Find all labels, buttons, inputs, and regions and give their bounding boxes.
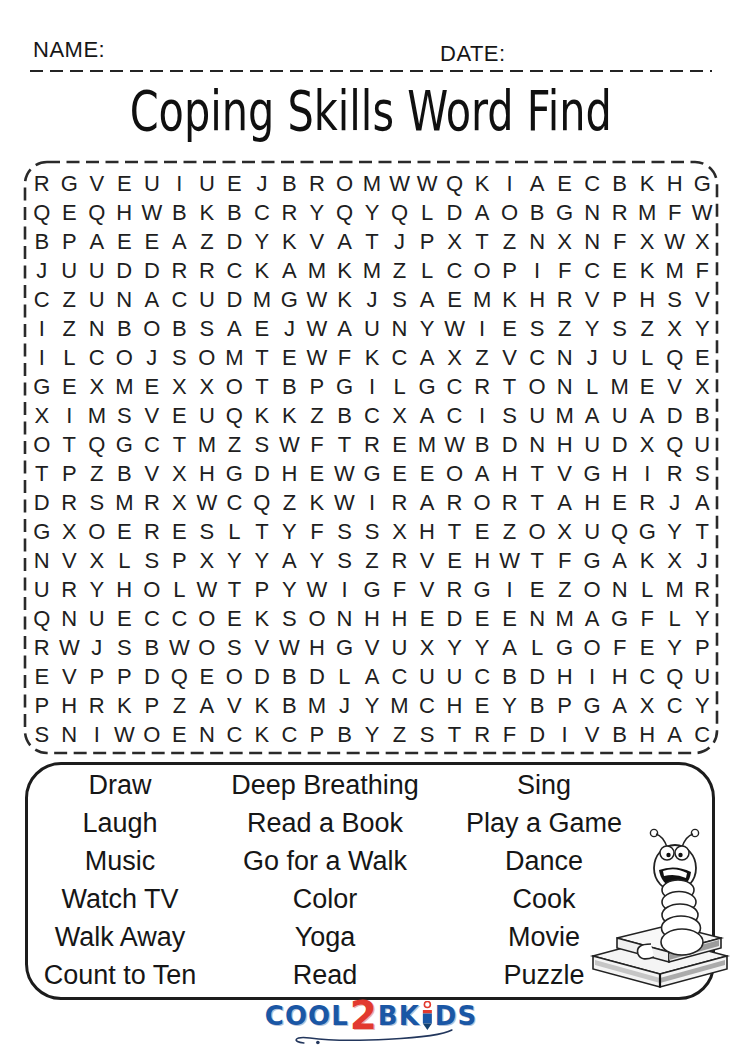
grid-cell[interactable]: M: [358, 169, 386, 198]
grid-cell[interactable]: E: [413, 459, 441, 488]
grid-cell[interactable]: Q: [441, 169, 469, 198]
grid-cell[interactable]: Q: [661, 430, 689, 459]
grid-cell[interactable]: K: [276, 401, 304, 430]
grid-cell[interactable]: G: [358, 459, 386, 488]
grid-cell[interactable]: P: [28, 691, 56, 720]
grid-cell[interactable]: C: [166, 604, 194, 633]
grid-cell[interactable]: X: [413, 633, 441, 662]
grid-cell[interactable]: Z: [386, 720, 414, 749]
grid-cell[interactable]: S: [28, 720, 56, 749]
grid-cell[interactable]: Q: [331, 198, 359, 227]
grid-cell[interactable]: G: [551, 198, 579, 227]
grid-cell[interactable]: A: [358, 662, 386, 691]
grid-cell[interactable]: F: [331, 343, 359, 372]
grid-cell[interactable]: R: [468, 720, 496, 749]
grid-cell[interactable]: H: [303, 633, 331, 662]
grid-cell[interactable]: Y: [468, 633, 496, 662]
grid-cell[interactable]: T: [688, 517, 716, 546]
grid-cell[interactable]: U: [193, 285, 221, 314]
grid-cell[interactable]: T: [221, 575, 249, 604]
grid-cell[interactable]: N: [331, 604, 359, 633]
grid-cell[interactable]: A: [413, 401, 441, 430]
grid-cell[interactable]: J: [28, 256, 56, 285]
grid-cell[interactable]: M: [386, 691, 414, 720]
grid-cell[interactable]: B: [688, 401, 716, 430]
grid-cell[interactable]: F: [688, 256, 716, 285]
grid-cell[interactable]: Z: [56, 285, 84, 314]
grid-cell[interactable]: X: [386, 401, 414, 430]
grid-cell[interactable]: A: [331, 314, 359, 343]
grid-cell[interactable]: X: [661, 546, 689, 575]
grid-cell[interactable]: B: [276, 662, 304, 691]
grid-cell[interactable]: N: [523, 430, 551, 459]
grid-cell[interactable]: E: [413, 604, 441, 633]
grid-cell[interactable]: B: [606, 169, 634, 198]
grid-cell[interactable]: Y: [358, 720, 386, 749]
grid-cell[interactable]: J: [276, 314, 304, 343]
grid-cell[interactable]: D: [441, 604, 469, 633]
grid-cell[interactable]: H: [441, 691, 469, 720]
grid-cell[interactable]: D: [111, 256, 139, 285]
grid-cell[interactable]: Y: [276, 517, 304, 546]
grid-cell[interactable]: T: [166, 430, 194, 459]
grid-cell[interactable]: U: [83, 604, 111, 633]
grid-cell[interactable]: Y: [276, 575, 304, 604]
grid-cell[interactable]: H: [496, 459, 524, 488]
grid-cell[interactable]: T: [248, 343, 276, 372]
grid-cell[interactable]: K: [331, 256, 359, 285]
grid-cell[interactable]: Q: [28, 198, 56, 227]
grid-cell[interactable]: Z: [633, 314, 661, 343]
grid-cell[interactable]: U: [138, 169, 166, 198]
grid-cell[interactable]: L: [578, 372, 606, 401]
grid-cell[interactable]: G: [606, 604, 634, 633]
grid-cell[interactable]: Y: [83, 575, 111, 604]
grid-cell[interactable]: C: [248, 198, 276, 227]
grid-cell[interactable]: A: [413, 343, 441, 372]
grid-cell[interactable]: P: [56, 459, 84, 488]
grid-cell[interactable]: U: [578, 517, 606, 546]
grid-cell[interactable]: W: [413, 169, 441, 198]
grid-cell[interactable]: V: [56, 662, 84, 691]
grid-cell[interactable]: O: [523, 517, 551, 546]
grid-cell[interactable]: Z: [468, 343, 496, 372]
grid-cell[interactable]: W: [303, 343, 331, 372]
grid-cell[interactable]: E: [386, 430, 414, 459]
grid-cell[interactable]: X: [633, 227, 661, 256]
grid-cell[interactable]: R: [468, 372, 496, 401]
grid-cell[interactable]: Q: [386, 198, 414, 227]
grid-cell[interactable]: C: [28, 285, 56, 314]
grid-cell[interactable]: N: [56, 604, 84, 633]
grid-cell[interactable]: V: [358, 633, 386, 662]
grid-cell[interactable]: K: [303, 488, 331, 517]
grid-cell[interactable]: E: [166, 401, 194, 430]
grid-cell[interactable]: K: [276, 227, 304, 256]
grid-cell[interactable]: D: [221, 285, 249, 314]
grid-cell[interactable]: W: [111, 720, 139, 749]
grid-cell[interactable]: K: [633, 169, 661, 198]
grid-cell[interactable]: E: [633, 633, 661, 662]
grid-cell[interactable]: O: [138, 575, 166, 604]
grid-cell[interactable]: H: [358, 604, 386, 633]
grid-cell[interactable]: E: [221, 169, 249, 198]
grid-cell[interactable]: W: [441, 430, 469, 459]
grid-cell[interactable]: R: [83, 691, 111, 720]
grid-cell[interactable]: L: [413, 198, 441, 227]
grid-cell[interactable]: Y: [688, 691, 716, 720]
grid-cell[interactable]: C: [441, 256, 469, 285]
grid-cell[interactable]: P: [413, 227, 441, 256]
grid-cell[interactable]: O: [578, 633, 606, 662]
grid-cell[interactable]: P: [551, 691, 579, 720]
grid-cell[interactable]: K: [193, 198, 221, 227]
grid-cell[interactable]: X: [688, 227, 716, 256]
grid-cell[interactable]: Q: [661, 662, 689, 691]
grid-cell[interactable]: B: [221, 198, 249, 227]
grid-cell[interactable]: E: [468, 691, 496, 720]
grid-cell[interactable]: D: [138, 256, 166, 285]
grid-cell[interactable]: Z: [221, 430, 249, 459]
grid-cell[interactable]: N: [56, 720, 84, 749]
grid-cell[interactable]: E: [441, 546, 469, 575]
grid-cell[interactable]: T: [441, 720, 469, 749]
grid-cell[interactable]: G: [551, 633, 579, 662]
grid-cell[interactable]: D: [221, 227, 249, 256]
grid-cell[interactable]: T: [496, 372, 524, 401]
grid-cell[interactable]: R: [551, 285, 579, 314]
grid-cell[interactable]: M: [661, 256, 689, 285]
grid-cell[interactable]: I: [56, 401, 84, 430]
grid-cell[interactable]: W: [331, 459, 359, 488]
grid-cell[interactable]: O: [331, 169, 359, 198]
grid-cell[interactable]: S: [386, 285, 414, 314]
grid-cell[interactable]: Z: [551, 575, 579, 604]
grid-cell[interactable]: R: [688, 575, 716, 604]
grid-cell[interactable]: R: [386, 546, 414, 575]
grid-cell[interactable]: I: [551, 720, 579, 749]
grid-cell[interactable]: E: [551, 169, 579, 198]
grid-cell[interactable]: O: [193, 343, 221, 372]
grid-cell[interactable]: C: [441, 401, 469, 430]
grid-cell[interactable]: V: [221, 691, 249, 720]
grid-cell[interactable]: V: [496, 343, 524, 372]
grid-cell[interactable]: I: [331, 575, 359, 604]
grid-cell[interactable]: O: [221, 662, 249, 691]
grid-cell[interactable]: U: [606, 401, 634, 430]
grid-cell[interactable]: D: [606, 430, 634, 459]
grid-cell[interactable]: X: [193, 372, 221, 401]
grid-cell[interactable]: L: [111, 546, 139, 575]
grid-cell[interactable]: Q: [83, 198, 111, 227]
grid-cell[interactable]: X: [661, 314, 689, 343]
grid-cell[interactable]: J: [688, 546, 716, 575]
grid-cell[interactable]: H: [551, 430, 579, 459]
grid-cell[interactable]: G: [578, 691, 606, 720]
grid-cell[interactable]: H: [523, 285, 551, 314]
grid-cell[interactable]: M: [248, 285, 276, 314]
grid-cell[interactable]: W: [276, 430, 304, 459]
grid-cell[interactable]: A: [661, 720, 689, 749]
grid-cell[interactable]: V: [551, 459, 579, 488]
grid-cell[interactable]: K: [111, 691, 139, 720]
grid-cell[interactable]: B: [276, 169, 304, 198]
grid-cell[interactable]: I: [496, 575, 524, 604]
grid-cell[interactable]: Y: [688, 314, 716, 343]
grid-cell[interactable]: X: [441, 227, 469, 256]
grid-cell[interactable]: S: [221, 633, 249, 662]
grid-cell[interactable]: Q: [28, 604, 56, 633]
grid-cell[interactable]: H: [413, 517, 441, 546]
grid-cell[interactable]: E: [441, 285, 469, 314]
grid-cell[interactable]: M: [358, 256, 386, 285]
grid-cell[interactable]: H: [633, 285, 661, 314]
grid-cell[interactable]: V: [661, 372, 689, 401]
grid-cell[interactable]: B: [28, 227, 56, 256]
grid-cell[interactable]: U: [386, 633, 414, 662]
grid-cell[interactable]: C: [221, 720, 249, 749]
grid-cell[interactable]: O: [111, 343, 139, 372]
grid-cell[interactable]: S: [523, 314, 551, 343]
grid-cell[interactable]: S: [358, 517, 386, 546]
grid-cell[interactable]: O: [496, 198, 524, 227]
grid-cell[interactable]: U: [193, 401, 221, 430]
grid-cell[interactable]: R: [28, 169, 56, 198]
grid-cell[interactable]: C: [138, 430, 166, 459]
grid-cell[interactable]: U: [28, 575, 56, 604]
grid-cell[interactable]: C: [523, 343, 551, 372]
grid-cell[interactable]: J: [661, 488, 689, 517]
grid-cell[interactable]: E: [523, 575, 551, 604]
grid-cell[interactable]: Y: [248, 546, 276, 575]
grid-cell[interactable]: G: [221, 459, 249, 488]
grid-cell[interactable]: K: [633, 546, 661, 575]
grid-cell[interactable]: M: [221, 343, 249, 372]
grid-cell[interactable]: T: [248, 372, 276, 401]
grid-cell[interactable]: W: [193, 488, 221, 517]
grid-cell[interactable]: X: [688, 372, 716, 401]
grid-cell[interactable]: B: [276, 372, 304, 401]
grid-cell[interactable]: B: [111, 314, 139, 343]
grid-cell[interactable]: C: [661, 691, 689, 720]
grid-cell[interactable]: N: [551, 372, 579, 401]
grid-cell[interactable]: A: [193, 691, 221, 720]
grid-cell[interactable]: W: [496, 546, 524, 575]
grid-cell[interactable]: Q: [166, 662, 194, 691]
grid-cell[interactable]: X: [166, 459, 194, 488]
grid-cell[interactable]: X: [83, 372, 111, 401]
grid-cell[interactable]: M: [468, 285, 496, 314]
grid-cell[interactable]: T: [56, 430, 84, 459]
grid-cell[interactable]: Z: [358, 546, 386, 575]
grid-cell[interactable]: H: [633, 720, 661, 749]
grid-cell[interactable]: N: [111, 285, 139, 314]
grid-cell[interactable]: O: [193, 633, 221, 662]
grid-cell[interactable]: F: [661, 198, 689, 227]
grid-cell[interactable]: W: [331, 488, 359, 517]
grid-cell[interactable]: I: [468, 401, 496, 430]
grid-cell[interactable]: B: [606, 720, 634, 749]
grid-cell[interactable]: E: [606, 256, 634, 285]
grid-cell[interactable]: U: [688, 430, 716, 459]
grid-cell[interactable]: A: [83, 227, 111, 256]
grid-cell[interactable]: Y: [358, 198, 386, 227]
grid-cell[interactable]: B: [523, 198, 551, 227]
grid-cell[interactable]: I: [633, 459, 661, 488]
grid-cell[interactable]: R: [386, 488, 414, 517]
grid-cell[interactable]: T: [468, 227, 496, 256]
grid-cell[interactable]: L: [633, 575, 661, 604]
grid-cell[interactable]: I: [166, 169, 194, 198]
grid-cell[interactable]: Z: [496, 227, 524, 256]
grid-cell[interactable]: D: [523, 720, 551, 749]
grid-cell[interactable]: C: [386, 662, 414, 691]
grid-cell[interactable]: U: [578, 430, 606, 459]
grid-cell[interactable]: T: [248, 517, 276, 546]
grid-cell[interactable]: N: [578, 227, 606, 256]
grid-cell[interactable]: C: [358, 401, 386, 430]
grid-cell[interactable]: B: [331, 720, 359, 749]
grid-cell[interactable]: G: [111, 430, 139, 459]
grid-cell[interactable]: U: [688, 662, 716, 691]
grid-cell[interactable]: C: [138, 604, 166, 633]
grid-cell[interactable]: W: [303, 285, 331, 314]
grid-cell[interactable]: B: [331, 401, 359, 430]
grid-cell[interactable]: R: [138, 488, 166, 517]
grid-cell[interactable]: W: [303, 314, 331, 343]
grid-cell[interactable]: L: [166, 575, 194, 604]
grid-cell[interactable]: H: [606, 662, 634, 691]
grid-cell[interactable]: X: [166, 488, 194, 517]
grid-cell[interactable]: N: [523, 604, 551, 633]
grid-cell[interactable]: S: [276, 604, 304, 633]
grid-cell[interactable]: M: [193, 430, 221, 459]
grid-cell[interactable]: E: [111, 604, 139, 633]
grid-cell[interactable]: N: [386, 314, 414, 343]
grid-cell[interactable]: U: [193, 169, 221, 198]
grid-cell[interactable]: X: [83, 546, 111, 575]
grid-cell[interactable]: B: [138, 633, 166, 662]
grid-cell[interactable]: Z: [193, 227, 221, 256]
grid-cell[interactable]: F: [303, 517, 331, 546]
grid-cell[interactable]: E: [56, 372, 84, 401]
grid-cell[interactable]: S: [606, 314, 634, 343]
grid-cell[interactable]: H: [578, 488, 606, 517]
grid-cell[interactable]: Y: [496, 691, 524, 720]
grid-cell[interactable]: S: [83, 488, 111, 517]
grid-cell[interactable]: A: [468, 198, 496, 227]
grid-cell[interactable]: I: [468, 314, 496, 343]
grid-cell[interactable]: N: [606, 575, 634, 604]
grid-cell[interactable]: O: [468, 488, 496, 517]
grid-cell[interactable]: E: [468, 604, 496, 633]
grid-cell[interactable]: V: [248, 633, 276, 662]
grid-cell[interactable]: M: [661, 575, 689, 604]
grid-cell[interactable]: V: [578, 720, 606, 749]
grid-cell[interactable]: O: [303, 604, 331, 633]
grid-cell[interactable]: T: [523, 459, 551, 488]
grid-cell[interactable]: X: [28, 401, 56, 430]
grid-cell[interactable]: T: [441, 517, 469, 546]
grid-cell[interactable]: P: [111, 662, 139, 691]
grid-cell[interactable]: E: [303, 459, 331, 488]
grid-cell[interactable]: I: [578, 662, 606, 691]
grid-cell[interactable]: Y: [661, 517, 689, 546]
grid-cell[interactable]: C: [83, 343, 111, 372]
grid-cell[interactable]: F: [303, 430, 331, 459]
grid-cell[interactable]: Y: [441, 633, 469, 662]
grid-cell[interactable]: D: [441, 198, 469, 227]
grid-cell[interactable]: U: [83, 285, 111, 314]
grid-cell[interactable]: I: [358, 488, 386, 517]
grid-cell[interactable]: Z: [496, 517, 524, 546]
grid-cell[interactable]: A: [166, 227, 194, 256]
grid-cell[interactable]: A: [413, 285, 441, 314]
grid-cell[interactable]: T: [523, 488, 551, 517]
grid-cell[interactable]: I: [358, 372, 386, 401]
grid-cell[interactable]: P: [688, 633, 716, 662]
grid-cell[interactable]: H: [111, 198, 139, 227]
grid-cell[interactable]: E: [138, 372, 166, 401]
grid-cell[interactable]: I: [83, 720, 111, 749]
grid-cell[interactable]: S: [496, 401, 524, 430]
grid-cell[interactable]: M: [83, 401, 111, 430]
grid-cell[interactable]: O: [221, 372, 249, 401]
grid-cell[interactable]: W: [166, 633, 194, 662]
grid-cell[interactable]: U: [413, 662, 441, 691]
grid-cell[interactable]: C: [166, 285, 194, 314]
grid-cell[interactable]: H: [386, 604, 414, 633]
grid-cell[interactable]: C: [441, 372, 469, 401]
grid-cell[interactable]: W: [688, 198, 716, 227]
grid-cell[interactable]: R: [441, 575, 469, 604]
grid-cell[interactable]: M: [606, 372, 634, 401]
grid-cell[interactable]: J: [331, 691, 359, 720]
grid-cell[interactable]: E: [166, 720, 194, 749]
grid-cell[interactable]: F: [551, 546, 579, 575]
grid-cell[interactable]: H: [468, 546, 496, 575]
grid-cell[interactable]: V: [688, 285, 716, 314]
grid-cell[interactable]: D: [138, 662, 166, 691]
grid-cell[interactable]: A: [331, 227, 359, 256]
grid-cell[interactable]: U: [606, 343, 634, 372]
grid-cell[interactable]: L: [386, 372, 414, 401]
grid-cell[interactable]: G: [688, 169, 716, 198]
grid-cell[interactable]: W: [56, 633, 84, 662]
grid-cell[interactable]: C: [578, 256, 606, 285]
grid-cell[interactable]: L: [661, 604, 689, 633]
grid-cell[interactable]: O: [83, 517, 111, 546]
grid-cell[interactable]: X: [193, 546, 221, 575]
grid-cell[interactable]: I: [523, 256, 551, 285]
grid-cell[interactable]: X: [551, 227, 579, 256]
grid-cell[interactable]: X: [633, 691, 661, 720]
grid-cell[interactable]: U: [83, 256, 111, 285]
grid-cell[interactable]: E: [193, 662, 221, 691]
grid-cell[interactable]: J: [248, 169, 276, 198]
grid-cell[interactable]: Y: [248, 227, 276, 256]
grid-cell[interactable]: L: [413, 256, 441, 285]
grid-cell[interactable]: R: [56, 575, 84, 604]
grid-cell[interactable]: V: [138, 459, 166, 488]
grid-cell[interactable]: A: [606, 546, 634, 575]
grid-cell[interactable]: D: [248, 459, 276, 488]
grid-cell[interactable]: Z: [56, 314, 84, 343]
grid-cell[interactable]: N: [523, 227, 551, 256]
grid-cell[interactable]: C: [276, 720, 304, 749]
grid-cell[interactable]: Y: [661, 633, 689, 662]
grid-cell[interactable]: N: [83, 314, 111, 343]
